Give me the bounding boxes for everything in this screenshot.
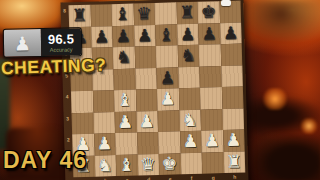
square-h5[interactable] (221, 65, 243, 87)
square-c8[interactable]: ♝ (112, 4, 134, 26)
square-c2[interactable] (115, 133, 137, 155)
white-queen-piece: ♛ (140, 156, 156, 173)
black-pawn-piece: ♟ (94, 28, 110, 45)
square-b2[interactable]: ♟ (94, 133, 116, 155)
square-c3[interactable]: ♟ (115, 111, 137, 133)
square-h4[interactable] (221, 87, 243, 109)
file-label-e: e (159, 175, 181, 180)
white-pawn-piece: ♟ (139, 113, 155, 130)
square-d7[interactable]: ♟ (134, 24, 156, 46)
square-g3[interactable] (200, 109, 222, 131)
square-d2[interactable] (137, 132, 159, 154)
thumbnail-scene: 87654321 ♜♝♛♜♚♟♟♟♟♝♟♟♟♞♞♟♝♟♟♟♞♟♟♟♟♟♜♞♝♛♚… (0, 0, 320, 180)
square-f1[interactable] (180, 152, 202, 174)
square-d1[interactable]: ♛ (137, 153, 159, 175)
white-pawn-piece: ♟ (160, 91, 176, 108)
square-e1[interactable]: ♚ (159, 153, 181, 175)
accuracy-value: 96.5 (48, 32, 74, 45)
square-g2[interactable]: ♟ (201, 130, 223, 152)
square-h7[interactable]: ♟ (220, 22, 242, 44)
white-rook-piece: ♜ (226, 153, 242, 170)
white-king-piece: ♚ (162, 155, 178, 172)
square-e2[interactable] (158, 131, 180, 153)
square-b3[interactable] (93, 112, 115, 134)
square-g8[interactable]: ♚ (197, 1, 219, 23)
rank-label-3: 3 (64, 115, 72, 121)
file-label-a: a (73, 178, 95, 180)
square-g1[interactable] (202, 152, 224, 174)
square-e5[interactable]: ♟ (156, 67, 178, 89)
square-e4[interactable]: ♟ (157, 88, 179, 110)
square-h2[interactable]: ♟ (223, 130, 245, 152)
black-pawn-piece: ♟ (115, 27, 131, 44)
black-pawn-piece: ♟ (201, 25, 217, 42)
square-g6[interactable] (199, 44, 221, 66)
board-grid: ♜♝♛♜♚♟♟♟♟♝♟♟♟♞♞♟♝♟♟♟♞♟♟♟♟♟♜♞♝♛♚♜ (69, 1, 246, 178)
square-h1[interactable]: ♜ (223, 151, 245, 173)
black-bishop-piece: ♝ (115, 6, 131, 23)
white-bishop-piece: ♝ (117, 92, 133, 109)
white-knight-piece: ♞ (97, 157, 113, 174)
square-f7[interactable]: ♟ (177, 23, 199, 45)
square-d5[interactable] (135, 67, 157, 89)
background-smoke (236, 0, 320, 46)
square-d6[interactable] (134, 46, 156, 68)
square-f2[interactable]: ♟ (180, 131, 202, 153)
square-e6[interactable] (156, 45, 178, 67)
accuracy-badge: ♟ 96.5 Accuracy (3, 27, 82, 57)
white-knight-piece: ♞ (182, 112, 198, 129)
square-f8[interactable]: ♜ (176, 2, 198, 24)
square-e8[interactable] (155, 2, 177, 24)
square-f5[interactable] (178, 66, 200, 88)
rank-label-4: 4 (63, 93, 71, 99)
file-label-c: c (116, 176, 138, 180)
square-b7[interactable]: ♟ (91, 26, 113, 48)
square-f4[interactable] (178, 88, 200, 110)
black-pawn-piece: ♟ (223, 24, 239, 41)
white-pawn-piece: ♟ (226, 132, 242, 149)
black-queen-piece: ♛ (136, 5, 152, 22)
square-d4[interactable] (135, 89, 157, 111)
chess-board: 87654321 ♜♝♛♜♚♟♟♟♟♝♟♟♟♞♞♟♝♟♟♟♞♟♟♟♟♟♜♞♝♛♚… (60, 0, 248, 180)
black-rook-piece: ♜ (72, 7, 88, 24)
square-c7[interactable]: ♟ (112, 25, 134, 47)
square-c4[interactable]: ♝ (114, 90, 136, 112)
file-label-d: d (138, 176, 160, 180)
white-bishop-piece: ♝ (119, 156, 135, 173)
file-label-b: b (95, 177, 117, 180)
white-pawn-piece: ♟ (97, 135, 113, 152)
black-pawn-piece: ♟ (180, 26, 196, 43)
square-g7[interactable]: ♟ (198, 23, 220, 45)
black-rook-piece: ♜ (179, 4, 195, 21)
square-b1[interactable]: ♞ (94, 155, 116, 177)
black-pawn-piece: ♟ (137, 27, 153, 44)
white-pawn-piece: ♟ (204, 132, 220, 149)
square-g4[interactable] (200, 87, 222, 109)
square-b4[interactable] (92, 90, 114, 112)
square-a3[interactable] (72, 112, 94, 134)
accuracy-label: Accuracy (50, 46, 73, 52)
square-d8[interactable]: ♛ (133, 3, 155, 25)
file-label-h: h (224, 173, 246, 180)
day-counter-text: DAY 46 (3, 147, 87, 174)
white-pawn-piece: ♟ (183, 133, 199, 150)
rank-label-8: 8 (61, 7, 69, 13)
background-fire-spark (300, 118, 318, 134)
square-a8[interactable]: ♜ (69, 5, 91, 27)
background-battle-silhouette (250, 134, 320, 180)
square-b8[interactable] (90, 4, 112, 26)
square-h6[interactable] (220, 44, 242, 66)
square-d3[interactable]: ♟ (136, 110, 158, 132)
notification-badge (221, 0, 231, 6)
square-f6[interactable]: ♞ (177, 45, 199, 67)
file-label-g: g (202, 174, 224, 180)
black-king-piece: ♚ (201, 4, 217, 21)
square-c1[interactable]: ♝ (116, 154, 138, 176)
black-pawn-piece: ♟ (159, 69, 175, 86)
file-label-f: f (181, 175, 203, 180)
square-g5[interactable] (199, 66, 221, 88)
white-pawn-icon: ♟ (4, 29, 41, 57)
black-knight-piece: ♞ (180, 47, 196, 64)
square-f3[interactable]: ♞ (179, 109, 201, 131)
square-a4[interactable] (71, 91, 93, 113)
white-pawn-piece: ♟ (118, 113, 134, 130)
accuracy-value-panel: 96.5 Accuracy (41, 28, 81, 56)
rank-label-2: 2 (64, 136, 72, 142)
square-h3[interactable] (222, 108, 244, 130)
square-e7[interactable]: ♝ (155, 24, 177, 46)
black-bishop-piece: ♝ (158, 26, 174, 43)
background-fire-spark (262, 88, 288, 110)
square-e3[interactable] (158, 110, 180, 132)
